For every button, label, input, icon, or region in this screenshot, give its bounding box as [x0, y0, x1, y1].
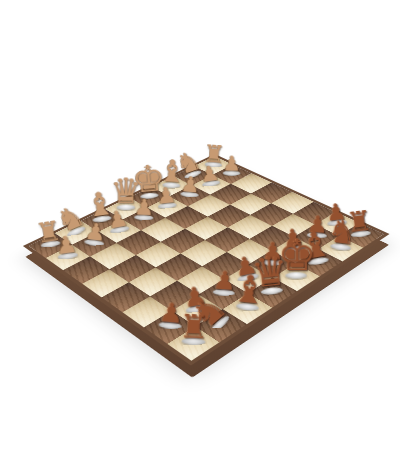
piece-black-rook-a8[interactable]: ♜ [173, 310, 215, 343]
chess-board: ♜♟♟♜♞♟♟♞♝♟♟♝♚♟♟♚♛♟♟♛♝♟♟♝♞♟♟♞♜♟♟♜ [28, 156, 383, 361]
piece-black-bishop-c8[interactable]: ♝ [228, 268, 270, 310]
chess-set-photo: ♜♟♟♜♞♟♟♞♝♟♟♝♚♟♟♚♛♟♟♛♝♟♟♝♞♟♟♞♜♟♟♜ [0, 0, 400, 460]
piece-white-pawn-a2[interactable]: ♟ [48, 231, 86, 259]
board-grid: ♜♟♟♜♞♟♟♞♝♟♟♝♚♟♟♚♛♟♟♛♝♟♟♝♞♟♟♞♜♟♟♜ [28, 156, 383, 361]
board-scene: ♜♟♟♜♞♟♟♞♝♟♟♝♚♟♟♚♛♟♟♛♝♟♟♝♞♟♟♞♜♟♟♜ [73, 108, 338, 373]
